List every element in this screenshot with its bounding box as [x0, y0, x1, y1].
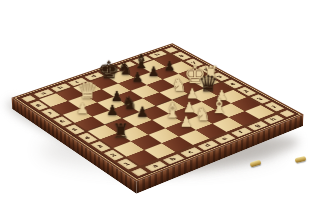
piece-white-pawn-a6[interactable]: ♟ [67, 99, 97, 118]
rank-label-2: 2 [250, 94, 270, 104]
frame-corner [130, 168, 147, 177]
piece-white-pawn-d2[interactable]: ♟ [170, 112, 201, 132]
frame-corner [279, 110, 295, 117]
scene: aa88bb77cc66dd55ee44ff33gg22hh11♚♞♝♛♟♟♟♟… [0, 0, 310, 207]
piece-black-rook-a3[interactable]: ♜ [104, 118, 136, 143]
piece-black-pawn-e7[interactable]: ♟ [122, 68, 151, 87]
product-photo: aa88bb77cc66dd55ee44ff33gg22hh11♚♞♝♛♟♟♟♟… [0, 0, 310, 207]
